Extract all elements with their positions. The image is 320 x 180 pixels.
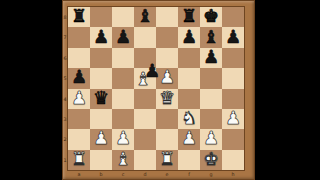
square-a4[interactable]: ♟: [68, 89, 90, 109]
square-e8[interactable]: [156, 7, 178, 27]
rank-label-6: 6: [63, 55, 68, 60]
square-b3[interactable]: [90, 109, 112, 129]
square-h2[interactable]: [222, 129, 244, 149]
rank-label-4: 4: [63, 96, 68, 101]
square-b5[interactable]: [90, 68, 112, 88]
letterbox-left: [0, 0, 62, 180]
square-c6[interactable]: [112, 48, 134, 68]
black-king-g8[interactable]: ♚: [203, 7, 219, 25]
square-d3[interactable]: [134, 109, 156, 129]
square-f5[interactable]: [178, 68, 200, 88]
square-c1[interactable]: ♝: [112, 150, 134, 170]
square-f6[interactable]: [178, 48, 200, 68]
black-rook-f8[interactable]: ♜: [181, 7, 197, 25]
square-a6[interactable]: [68, 48, 90, 68]
file-label-e: e: [158, 172, 176, 177]
black-pawn-a5[interactable]: ♟: [71, 68, 87, 86]
square-h1[interactable]: [222, 150, 244, 170]
square-h3[interactable]: ♟: [222, 109, 244, 129]
white-king-g1[interactable]: ♚: [203, 150, 219, 168]
square-b7[interactable]: ♟: [90, 27, 112, 47]
square-b2[interactable]: ♟: [90, 129, 112, 149]
square-e3[interactable]: [156, 109, 178, 129]
square-c2[interactable]: ♟: [112, 129, 134, 149]
black-bishop-g7[interactable]: ♝: [203, 28, 219, 46]
square-d8[interactable]: ♝: [134, 7, 156, 27]
square-h7[interactable]: ♟: [222, 27, 244, 47]
white-pawn-h3[interactable]: ♟: [225, 109, 241, 127]
square-a5[interactable]: ♟: [68, 68, 90, 88]
square-c7[interactable]: ♟: [112, 27, 134, 47]
black-rook-a8[interactable]: ♜: [71, 7, 87, 25]
rank-label-3: 3: [63, 116, 68, 121]
file-label-h: h: [224, 172, 242, 177]
square-f8[interactable]: ♜: [178, 7, 200, 27]
letterbox-right: [255, 0, 320, 180]
chess-board: ♜♝♜♚♟♟♟♝♟♟♟♝♟♟♟♛♛♞♟♟♟♟♟♜♝♜♚: [68, 7, 244, 170]
black-pawn-c7[interactable]: ♟: [115, 28, 131, 46]
white-pawn-e5[interactable]: ♟: [159, 68, 175, 86]
square-f7[interactable]: ♟: [178, 27, 200, 47]
square-a7[interactable]: [68, 27, 90, 47]
square-d1[interactable]: [134, 150, 156, 170]
white-rook-a1[interactable]: ♜: [71, 150, 87, 168]
black-pawn-b7[interactable]: ♟: [93, 28, 109, 46]
square-e2[interactable]: [156, 129, 178, 149]
white-queen-e4[interactable]: ♛: [159, 89, 175, 107]
square-c8[interactable]: [112, 7, 134, 27]
black-pawn-f7[interactable]: ♟: [181, 28, 197, 46]
file-label-g: g: [202, 172, 220, 177]
square-b8[interactable]: [90, 7, 112, 27]
square-h8[interactable]: [222, 7, 244, 27]
white-bishop-c1[interactable]: ♝: [115, 150, 131, 168]
white-pawn-f2[interactable]: ♟: [181, 129, 197, 147]
square-f1[interactable]: [178, 150, 200, 170]
square-g2[interactable]: ♟: [200, 129, 222, 149]
square-f2[interactable]: ♟: [178, 129, 200, 149]
square-g6[interactable]: ♟: [200, 48, 222, 68]
square-h6[interactable]: [222, 48, 244, 68]
square-g7[interactable]: ♝: [200, 27, 222, 47]
white-rook-e1[interactable]: ♜: [159, 150, 175, 168]
file-label-a: a: [70, 172, 88, 177]
square-d5[interactable]: ♝♟: [134, 68, 156, 88]
square-a8[interactable]: ♜: [68, 7, 90, 27]
file-label-b: b: [92, 172, 110, 177]
black-pawn-h7[interactable]: ♟: [225, 28, 241, 46]
black-bishop-d8[interactable]: ♝: [137, 7, 153, 25]
square-d2[interactable]: [134, 129, 156, 149]
white-pawn-b2[interactable]: ♟: [93, 129, 109, 147]
square-g4[interactable]: [200, 89, 222, 109]
square-c5[interactable]: [112, 68, 134, 88]
square-c3[interactable]: [112, 109, 134, 129]
square-a2[interactable]: [68, 129, 90, 149]
square-e1[interactable]: ♜: [156, 150, 178, 170]
file-label-d: d: [136, 172, 154, 177]
square-a3[interactable]: [68, 109, 90, 129]
file-label-f: f: [180, 172, 198, 177]
square-f4[interactable]: [178, 89, 200, 109]
square-e4[interactable]: ♛: [156, 89, 178, 109]
file-labels: abcdefgh: [68, 170, 244, 180]
video-frame: { "game": "chess", "position": { "fen": …: [0, 0, 320, 180]
square-h4[interactable]: [222, 89, 244, 109]
square-g3[interactable]: [200, 109, 222, 129]
rank-label-7: 7: [63, 35, 68, 40]
rank-label-2: 2: [63, 137, 68, 142]
square-a1[interactable]: ♜: [68, 150, 90, 170]
white-pawn-a4[interactable]: ♟: [71, 89, 87, 107]
square-g1[interactable]: ♚: [200, 150, 222, 170]
square-e7[interactable]: [156, 27, 178, 47]
square-f3[interactable]: ♞: [178, 109, 200, 129]
rank-label-8: 8: [63, 15, 68, 20]
white-knight-f3[interactable]: ♞: [181, 109, 197, 127]
black-queen-b4[interactable]: ♛: [93, 89, 109, 107]
square-b6[interactable]: [90, 48, 112, 68]
square-h5[interactable]: [222, 68, 244, 88]
black-pawn-d5[interactable]: ♟: [144, 62, 160, 80]
square-g8[interactable]: ♚: [200, 7, 222, 27]
square-b1[interactable]: [90, 150, 112, 170]
rank-label-5: 5: [63, 76, 68, 81]
square-c4[interactable]: [112, 89, 134, 109]
white-pawn-c2[interactable]: ♟: [115, 129, 131, 147]
rank-label-1: 1: [63, 157, 68, 162]
black-pawn-g6[interactable]: ♟: [203, 48, 219, 66]
square-g5[interactable]: [200, 68, 222, 88]
white-pawn-g2[interactable]: ♟: [203, 129, 219, 147]
square-b4[interactable]: ♛: [90, 89, 112, 109]
file-label-c: c: [114, 172, 132, 177]
square-d4[interactable]: [134, 89, 156, 109]
square-d7[interactable]: [134, 27, 156, 47]
board-frame: 87654321 abcdefgh ♜♝♜♚♟♟♟♝♟♟♟♝♟♟♟♛♛♞♟♟♟♟…: [62, 0, 255, 180]
